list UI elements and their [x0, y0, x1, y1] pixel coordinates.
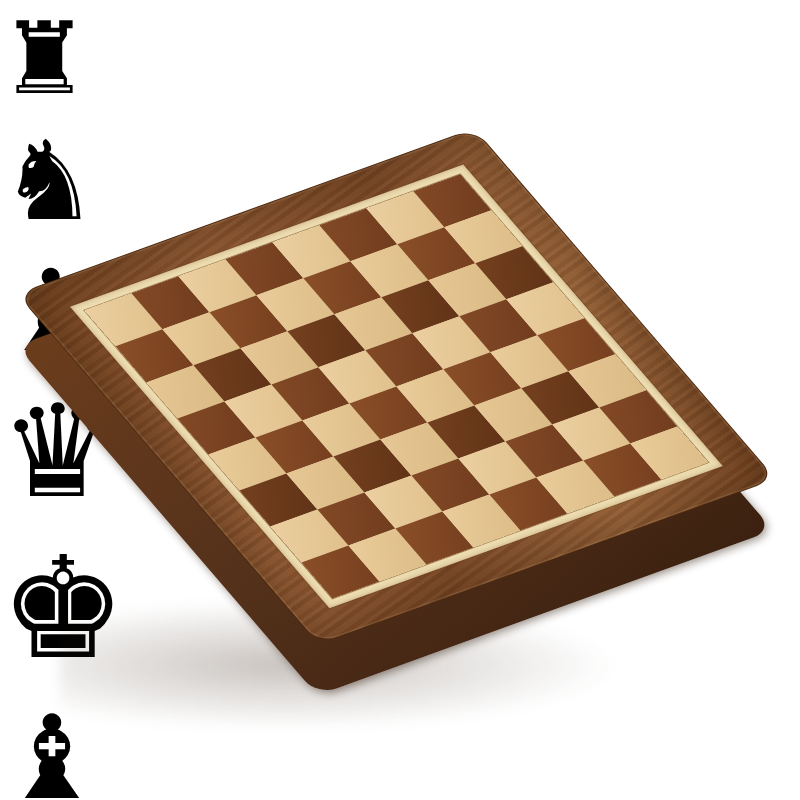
chess-set-photo: ♜♞♝♛♚♝♞♜♟♟♟♟♟♟♟♟♟♟♟♟♟♟♟♟♜♞♝♛♚♝♞♜ — [0, 0, 800, 800]
black-rook-a8[interactable]: ♜ — [0, 0, 800, 117]
